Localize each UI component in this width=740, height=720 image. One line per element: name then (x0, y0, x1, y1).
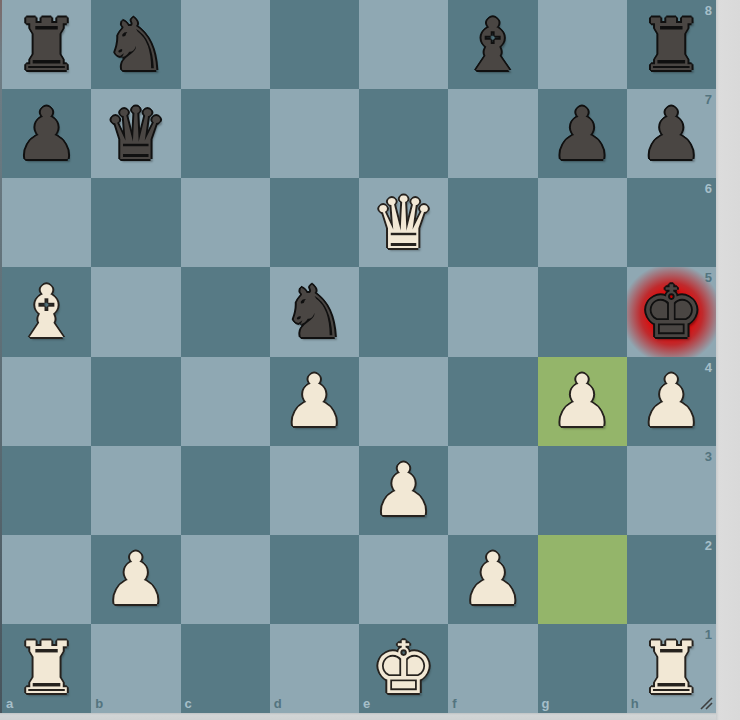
white-pawn[interactable]: ♟ (270, 357, 359, 446)
page-right-margin (716, 0, 740, 720)
square-b7[interactable]: ♛ (91, 89, 180, 178)
square-a3[interactable] (2, 446, 91, 535)
rank-label-1: 1 (705, 627, 712, 642)
square-b8[interactable]: ♞ (91, 0, 180, 89)
white-queen[interactable]: ♛ (359, 178, 448, 267)
square-c1[interactable]: c (181, 624, 270, 713)
square-b4[interactable] (91, 357, 180, 446)
square-d1[interactable]: d (270, 624, 359, 713)
square-g6[interactable] (538, 178, 627, 267)
square-a6[interactable] (2, 178, 91, 267)
black-pawn[interactable]: ♟ (627, 89, 716, 178)
square-b1[interactable]: b (91, 624, 180, 713)
black-queen[interactable]: ♛ (91, 89, 180, 178)
square-c3[interactable] (181, 446, 270, 535)
square-f4[interactable] (448, 357, 537, 446)
square-a7[interactable]: ♟ (2, 89, 91, 178)
square-a4[interactable] (2, 357, 91, 446)
square-c6[interactable] (181, 178, 270, 267)
square-d6[interactable] (270, 178, 359, 267)
rank-label-4: 4 (705, 360, 712, 375)
square-d7[interactable] (270, 89, 359, 178)
white-rook[interactable]: ♜ (2, 624, 91, 713)
white-pawn[interactable]: ♟ (627, 357, 716, 446)
square-h4[interactable]: ♟4 (627, 357, 716, 446)
square-g7[interactable]: ♟ (538, 89, 627, 178)
white-pawn[interactable]: ♟ (448, 535, 537, 624)
square-c2[interactable] (181, 535, 270, 624)
square-f5[interactable] (448, 267, 537, 356)
square-h7[interactable]: ♟7 (627, 89, 716, 178)
black-rook[interactable]: ♜ (627, 0, 716, 89)
black-pawn[interactable]: ♟ (538, 89, 627, 178)
square-b5[interactable] (91, 267, 180, 356)
square-e7[interactable] (359, 89, 448, 178)
square-h3[interactable]: 3 (627, 446, 716, 535)
file-label-f: f (452, 696, 456, 711)
white-pawn[interactable]: ♟ (538, 357, 627, 446)
rank-label-6: 6 (705, 181, 712, 196)
square-c8[interactable] (181, 0, 270, 89)
square-f6[interactable] (448, 178, 537, 267)
square-e5[interactable] (359, 267, 448, 356)
square-d5[interactable]: ♞ (270, 267, 359, 356)
file-label-b: b (95, 696, 103, 711)
square-b6[interactable] (91, 178, 180, 267)
square-c5[interactable] (181, 267, 270, 356)
square-g8[interactable] (538, 0, 627, 89)
square-h2[interactable]: 2 (627, 535, 716, 624)
square-a2[interactable] (2, 535, 91, 624)
square-e6[interactable]: ♛ (359, 178, 448, 267)
white-king[interactable]: ♚ (359, 624, 448, 713)
square-g2[interactable] (538, 535, 627, 624)
rank-label-5: 5 (705, 270, 712, 285)
square-g4[interactable]: ♟ (538, 357, 627, 446)
black-knight[interactable]: ♞ (91, 0, 180, 89)
white-pawn[interactable]: ♟ (359, 446, 448, 535)
square-d4[interactable]: ♟ (270, 357, 359, 446)
square-b2[interactable]: ♟ (91, 535, 180, 624)
file-label-c: c (185, 696, 192, 711)
file-label-g: g (542, 696, 550, 711)
square-d3[interactable] (270, 446, 359, 535)
black-bishop[interactable]: ♝ (448, 0, 537, 89)
page: ♜♞♝♜8♟♛♟♟7♛6♝♞♚5♟♟♟4♟3♟♟2♜abcd♚efg♜1h (0, 0, 740, 720)
black-rook[interactable]: ♜ (2, 0, 91, 89)
square-h8[interactable]: ♜8 (627, 0, 716, 89)
square-e8[interactable] (359, 0, 448, 89)
square-d2[interactable] (270, 535, 359, 624)
white-bishop[interactable]: ♝ (2, 267, 91, 356)
chess-board: ♜♞♝♜8♟♛♟♟7♛6♝♞♚5♟♟♟4♟3♟♟2♜abcd♚efg♜1h (2, 0, 716, 713)
square-e4[interactable] (359, 357, 448, 446)
file-label-a: a (6, 696, 13, 711)
square-a1[interactable]: ♜a (2, 624, 91, 713)
rank-label-8: 8 (705, 3, 712, 18)
square-g1[interactable]: g (538, 624, 627, 713)
white-pawn[interactable]: ♟ (91, 535, 180, 624)
square-c4[interactable] (181, 357, 270, 446)
square-a8[interactable]: ♜ (2, 0, 91, 89)
rank-label-3: 3 (705, 449, 712, 464)
square-f8[interactable]: ♝ (448, 0, 537, 89)
square-h6[interactable]: 6 (627, 178, 716, 267)
square-d8[interactable] (270, 0, 359, 89)
square-c7[interactable] (181, 89, 270, 178)
square-g5[interactable] (538, 267, 627, 356)
board-resize-handle-icon[interactable] (698, 695, 714, 711)
file-label-e: e (363, 696, 370, 711)
black-king[interactable]: ♚ (627, 267, 716, 356)
square-e3[interactable]: ♟ (359, 446, 448, 535)
square-f2[interactable]: ♟ (448, 535, 537, 624)
square-f3[interactable] (448, 446, 537, 535)
black-pawn[interactable]: ♟ (2, 89, 91, 178)
file-label-d: d (274, 696, 282, 711)
square-f7[interactable] (448, 89, 537, 178)
square-e2[interactable] (359, 535, 448, 624)
square-h5[interactable]: ♚5 (627, 267, 716, 356)
black-knight[interactable]: ♞ (270, 267, 359, 356)
rank-label-7: 7 (705, 92, 712, 107)
square-g3[interactable] (538, 446, 627, 535)
file-label-h: h (631, 696, 639, 711)
rank-label-2: 2 (705, 538, 712, 553)
page-bottom-margin (0, 713, 716, 720)
square-a5[interactable]: ♝ (2, 267, 91, 356)
square-e1[interactable]: ♚e (359, 624, 448, 713)
square-b3[interactable] (91, 446, 180, 535)
square-f1[interactable]: f (448, 624, 537, 713)
